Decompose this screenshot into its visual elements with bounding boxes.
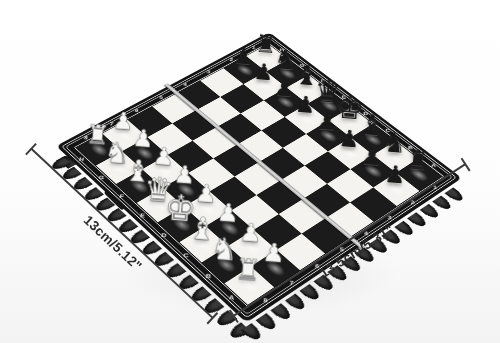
white-rook-h1: ♜	[229, 249, 267, 289]
chessboard: HGFEDCBA HGFEDCBA 12345678 12345678 ♜♞♟♝…	[56, 32, 462, 322]
black-pawn-h7: ♟	[378, 155, 413, 192]
product-photo-stage: HGFEDCBA HGFEDCBA 12345678 12345678 ♜♞♟♝…	[0, 0, 500, 343]
chessboard-scene: HGFEDCBA HGFEDCBA 12345678 12345678 ♜♞♟♝…	[104, 7, 414, 317]
